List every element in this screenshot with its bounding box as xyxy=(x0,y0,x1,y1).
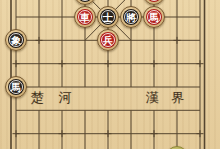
piece-glyph: 馬 xyxy=(11,83,21,93)
piece-glyph: 將 xyxy=(126,13,136,23)
piece-black-general[interactable]: 將 xyxy=(120,6,142,28)
river-label-jie: 界 xyxy=(172,89,185,107)
river-label-chu: 楚 xyxy=(31,89,44,107)
piece-glyph: 象 xyxy=(11,36,21,46)
river-label-han: 漢 xyxy=(146,89,159,107)
piece-face: 兵 xyxy=(100,32,116,48)
xiangqi-board[interactable]: 楚 河 漢 界 車士將馬兵象馬 xyxy=(0,0,220,149)
piece-face xyxy=(77,0,93,2)
piece-face: 車 xyxy=(77,9,93,25)
piece-glyph: 馬 xyxy=(149,13,159,23)
piece-face: 馬 xyxy=(146,9,162,25)
piece-glyph: 兵 xyxy=(103,36,113,46)
piece-black-horse[interactable]: 馬 xyxy=(5,76,27,98)
piece-glyph: 士 xyxy=(103,13,113,23)
piece-face xyxy=(146,0,162,2)
piece-face: 士 xyxy=(100,9,116,25)
piece-red-chariot[interactable]: 車 xyxy=(74,6,96,28)
piece-face: 象 xyxy=(8,32,24,48)
piece-red-horse[interactable]: 馬 xyxy=(143,6,165,28)
piece-black-advisor[interactable]: 士 xyxy=(97,6,119,28)
piece-face: 將 xyxy=(123,9,139,25)
piece-face: 馬 xyxy=(8,79,24,95)
river-label-he: 河 xyxy=(59,89,72,107)
piece-glyph: 車 xyxy=(80,13,90,23)
